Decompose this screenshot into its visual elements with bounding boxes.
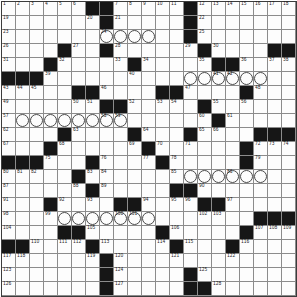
white-cell[interactable] (282, 30, 296, 44)
white-cell[interactable] (240, 16, 254, 30)
white-cell[interactable] (44, 86, 58, 100)
white-cell[interactable] (58, 100, 72, 114)
white-cell[interactable] (156, 72, 170, 86)
white-cell[interactable] (240, 44, 254, 58)
white-cell[interactable]: 5 (58, 2, 72, 16)
white-cell[interactable] (30, 268, 44, 282)
white-cell[interactable] (142, 86, 156, 100)
white-cell[interactable] (170, 282, 184, 296)
white-cell[interactable] (72, 212, 86, 226)
white-cell[interactable]: 127 (114, 282, 128, 296)
white-cell[interactable]: 125 (198, 268, 212, 282)
white-cell[interactable]: 110 (30, 240, 44, 254)
white-cell[interactable] (16, 198, 30, 212)
white-cell[interactable] (184, 212, 198, 226)
white-cell[interactable]: 122 (226, 254, 240, 268)
white-cell[interactable]: 29 (184, 44, 198, 58)
white-cell[interactable] (142, 226, 156, 240)
white-cell[interactable]: 95 (170, 198, 184, 212)
white-cell[interactable] (30, 16, 44, 30)
white-cell[interactable] (86, 72, 100, 86)
white-cell[interactable] (72, 58, 86, 72)
white-cell[interactable]: 33 (114, 58, 128, 72)
white-cell[interactable] (170, 72, 184, 86)
white-cell[interactable]: 50 (72, 100, 86, 114)
white-cell[interactable] (58, 212, 72, 226)
white-cell[interactable] (30, 44, 44, 58)
white-cell[interactable] (254, 114, 268, 128)
white-cell[interactable] (170, 30, 184, 44)
white-cell[interactable] (30, 30, 44, 44)
white-cell[interactable]: 46 (100, 86, 114, 100)
white-cell[interactable]: 53 (156, 100, 170, 114)
white-cell[interactable] (30, 282, 44, 296)
white-cell[interactable]: 92 (58, 198, 72, 212)
white-cell[interactable]: 113 (100, 240, 114, 254)
white-cell[interactable] (170, 212, 184, 226)
white-cell[interactable]: 6 (72, 2, 86, 16)
white-cell[interactable] (44, 282, 58, 296)
white-cell[interactable] (44, 170, 58, 184)
white-cell[interactable]: 106 (170, 226, 184, 240)
white-cell[interactable] (44, 268, 58, 282)
white-cell[interactable] (58, 254, 72, 268)
white-cell[interactable] (240, 254, 254, 268)
white-cell[interactable] (282, 72, 296, 86)
white-cell[interactable] (44, 100, 58, 114)
white-cell[interactable]: 16 (254, 2, 268, 16)
white-cell[interactable]: 77 (142, 156, 156, 170)
white-cell[interactable]: 52 (128, 100, 142, 114)
white-cell[interactable]: 79 (254, 156, 268, 170)
white-cell[interactable] (240, 30, 254, 44)
white-cell[interactable] (170, 128, 184, 142)
white-cell[interactable] (268, 184, 282, 198)
white-cell[interactable] (114, 170, 128, 184)
white-cell[interactable] (16, 30, 30, 44)
white-cell[interactable] (226, 128, 240, 142)
white-cell[interactable] (30, 142, 44, 156)
white-cell[interactable] (86, 212, 100, 226)
white-cell[interactable] (268, 170, 282, 184)
white-cell[interactable] (240, 198, 254, 212)
white-cell[interactable] (114, 86, 128, 100)
white-cell[interactable] (212, 240, 226, 254)
white-cell[interactable]: 10 (156, 2, 170, 16)
white-cell[interactable] (142, 72, 156, 86)
white-cell[interactable] (156, 282, 170, 296)
white-cell[interactable]: 114 (156, 240, 170, 254)
white-cell[interactable] (268, 30, 282, 44)
white-cell[interactable]: 105 (86, 226, 100, 240)
white-cell[interactable] (128, 226, 142, 240)
white-cell[interactable]: 7 (114, 2, 128, 16)
white-cell[interactable] (198, 142, 212, 156)
white-cell[interactable] (128, 184, 142, 198)
white-cell[interactable]: 26 (2, 44, 16, 58)
white-cell[interactable] (156, 268, 170, 282)
white-cell[interactable] (58, 282, 72, 296)
white-cell[interactable] (282, 86, 296, 100)
white-cell[interactable] (240, 114, 254, 128)
white-cell[interactable]: 116 (240, 240, 254, 254)
white-cell[interactable]: 60 (198, 114, 212, 128)
white-cell[interactable]: 58 (100, 114, 114, 128)
white-cell[interactable] (268, 16, 282, 30)
white-cell[interactable] (100, 128, 114, 142)
white-cell[interactable] (142, 240, 156, 254)
white-cell[interactable]: 84 (100, 170, 114, 184)
white-cell[interactable] (226, 100, 240, 114)
white-cell[interactable] (212, 142, 226, 156)
white-cell[interactable] (142, 16, 156, 30)
white-cell[interactable] (30, 198, 44, 212)
white-cell[interactable] (268, 254, 282, 268)
white-cell[interactable] (198, 86, 212, 100)
white-cell[interactable] (282, 282, 296, 296)
white-cell[interactable]: 47 (184, 86, 198, 100)
white-cell[interactable] (226, 16, 240, 30)
white-cell[interactable]: 97 (226, 198, 240, 212)
white-cell[interactable] (226, 142, 240, 156)
white-cell[interactable] (226, 86, 240, 100)
white-cell[interactable]: 12 (198, 2, 212, 16)
white-cell[interactable] (254, 268, 268, 282)
white-cell[interactable] (254, 170, 268, 184)
white-cell[interactable]: 39 (44, 72, 58, 86)
white-cell[interactable] (226, 226, 240, 240)
white-cell[interactable]: 117 (2, 254, 16, 268)
white-cell[interactable]: 69 (128, 142, 142, 156)
white-cell[interactable] (114, 240, 128, 254)
white-cell[interactable]: 17 (268, 2, 282, 16)
white-cell[interactable]: 25 (198, 30, 212, 44)
white-cell[interactable] (156, 170, 170, 184)
white-cell[interactable] (16, 16, 30, 30)
white-cell[interactable]: 32 (58, 58, 72, 72)
white-cell[interactable] (170, 58, 184, 72)
white-cell[interactable]: 72 (254, 142, 268, 156)
white-cell[interactable]: 121 (170, 254, 184, 268)
white-cell[interactable] (170, 16, 184, 30)
white-cell[interactable] (240, 128, 254, 142)
white-cell[interactable] (254, 240, 268, 254)
white-cell[interactable]: 128 (212, 282, 226, 296)
white-cell[interactable]: 64 (142, 128, 156, 142)
white-cell[interactable] (44, 16, 58, 30)
white-cell[interactable] (128, 114, 142, 128)
white-cell[interactable] (240, 282, 254, 296)
white-cell[interactable] (86, 142, 100, 156)
white-cell[interactable] (128, 86, 142, 100)
white-cell[interactable]: 111 (58, 240, 72, 254)
white-cell[interactable] (128, 44, 142, 58)
white-cell[interactable] (16, 184, 30, 198)
white-cell[interactable] (254, 184, 268, 198)
white-cell[interactable] (142, 114, 156, 128)
white-cell[interactable]: 36 (240, 58, 254, 72)
white-cell[interactable]: 70 (156, 142, 170, 156)
white-cell[interactable] (114, 184, 128, 198)
white-cell[interactable]: 54 (170, 100, 184, 114)
white-cell[interactable] (212, 86, 226, 100)
white-cell[interactable] (198, 240, 212, 254)
white-cell[interactable] (156, 212, 170, 226)
white-cell[interactable] (142, 212, 156, 226)
white-cell[interactable] (142, 100, 156, 114)
white-cell[interactable] (58, 86, 72, 100)
white-cell[interactable] (16, 44, 30, 58)
white-cell[interactable] (72, 268, 86, 282)
white-cell[interactable] (86, 282, 100, 296)
white-cell[interactable]: 83 (86, 170, 100, 184)
white-cell[interactable] (254, 198, 268, 212)
white-cell[interactable] (44, 184, 58, 198)
white-cell[interactable] (30, 212, 44, 226)
white-cell[interactable] (282, 198, 296, 212)
white-cell[interactable] (30, 114, 44, 128)
white-cell[interactable] (268, 156, 282, 170)
white-cell[interactable] (128, 282, 142, 296)
white-cell[interactable] (198, 156, 212, 170)
white-cell[interactable] (16, 212, 30, 226)
white-cell[interactable] (170, 268, 184, 282)
white-cell[interactable] (184, 170, 198, 184)
white-cell[interactable] (156, 44, 170, 58)
white-cell[interactable] (16, 114, 30, 128)
white-cell[interactable] (100, 226, 114, 240)
white-cell[interactable] (212, 30, 226, 44)
white-cell[interactable] (114, 142, 128, 156)
white-cell[interactable] (30, 184, 44, 198)
white-cell[interactable]: 18 (282, 2, 296, 16)
white-cell[interactable] (212, 268, 226, 282)
white-cell[interactable]: 87 (2, 184, 16, 198)
white-cell[interactable] (72, 114, 86, 128)
white-cell[interactable]: 11 (170, 2, 184, 16)
white-cell[interactable] (184, 226, 198, 240)
white-cell[interactable]: 75 (44, 156, 58, 170)
white-cell[interactable]: 73 (268, 142, 282, 156)
white-cell[interactable] (16, 100, 30, 114)
white-cell[interactable] (282, 254, 296, 268)
white-cell[interactable]: 44 (16, 86, 30, 100)
white-cell[interactable] (142, 184, 156, 198)
white-cell[interactable]: 43 (2, 86, 16, 100)
white-cell[interactable] (268, 268, 282, 282)
white-cell[interactable] (268, 240, 282, 254)
white-cell[interactable] (184, 72, 198, 86)
white-cell[interactable] (114, 226, 128, 240)
white-cell[interactable]: 78 (170, 156, 184, 170)
white-cell[interactable] (226, 282, 240, 296)
white-cell[interactable] (282, 156, 296, 170)
white-cell[interactable] (212, 254, 226, 268)
white-cell[interactable] (268, 100, 282, 114)
white-cell[interactable] (100, 142, 114, 156)
white-cell[interactable] (58, 156, 72, 170)
white-cell[interactable]: 59 (114, 114, 128, 128)
white-cell[interactable]: 96 (184, 198, 198, 212)
white-cell[interactable] (72, 30, 86, 44)
white-cell[interactable] (254, 58, 268, 72)
white-cell[interactable] (226, 184, 240, 198)
white-cell[interactable] (212, 156, 226, 170)
white-cell[interactable]: 101 (128, 212, 142, 226)
white-cell[interactable] (58, 170, 72, 184)
white-cell[interactable]: 62 (2, 128, 16, 142)
white-cell[interactable]: 45 (30, 86, 44, 100)
white-cell[interactable]: 20 (86, 16, 100, 30)
white-cell[interactable] (268, 282, 282, 296)
white-cell[interactable]: 4 (44, 2, 58, 16)
white-cell[interactable] (72, 282, 86, 296)
white-cell[interactable] (72, 156, 86, 170)
white-cell[interactable]: 41 (212, 72, 226, 86)
white-cell[interactable] (44, 254, 58, 268)
white-cell[interactable]: 48 (254, 86, 268, 100)
white-cell[interactable] (156, 114, 170, 128)
white-cell[interactable]: 85 (170, 170, 184, 184)
white-cell[interactable] (86, 114, 100, 128)
white-cell[interactable]: 120 (114, 254, 128, 268)
white-cell[interactable]: 98 (2, 212, 16, 226)
white-cell[interactable]: 21 (114, 16, 128, 30)
white-cell[interactable] (254, 72, 268, 86)
white-cell[interactable] (86, 268, 100, 282)
white-cell[interactable] (268, 86, 282, 100)
white-cell[interactable] (282, 240, 296, 254)
white-cell[interactable]: 34 (142, 58, 156, 72)
white-cell[interactable] (156, 198, 170, 212)
white-cell[interactable] (226, 156, 240, 170)
white-cell[interactable]: 55 (212, 100, 226, 114)
white-cell[interactable] (142, 282, 156, 296)
white-cell[interactable] (16, 128, 30, 142)
white-cell[interactable] (58, 30, 72, 44)
white-cell[interactable]: 82 (30, 170, 44, 184)
white-cell[interactable] (128, 30, 142, 44)
white-cell[interactable] (86, 44, 100, 58)
white-cell[interactable]: 91 (2, 198, 16, 212)
white-cell[interactable] (114, 128, 128, 142)
white-cell[interactable]: 63 (72, 128, 86, 142)
white-cell[interactable]: 88 (72, 184, 86, 198)
white-cell[interactable] (282, 268, 296, 282)
white-cell[interactable]: 1 (2, 2, 16, 16)
white-cell[interactable]: 89 (100, 184, 114, 198)
white-cell[interactable] (212, 170, 226, 184)
white-cell[interactable]: 100 (114, 212, 128, 226)
white-cell[interactable] (142, 254, 156, 268)
white-cell[interactable] (282, 114, 296, 128)
white-cell[interactable] (128, 156, 142, 170)
white-cell[interactable]: 124 (114, 268, 128, 282)
white-cell[interactable]: 61 (226, 114, 240, 128)
white-cell[interactable]: 103 (212, 212, 226, 226)
white-cell[interactable] (128, 16, 142, 30)
white-cell[interactable] (268, 198, 282, 212)
white-cell[interactable] (44, 44, 58, 58)
white-cell[interactable] (212, 16, 226, 30)
white-cell[interactable]: 15 (240, 2, 254, 16)
white-cell[interactable] (282, 100, 296, 114)
white-cell[interactable]: 93 (86, 198, 100, 212)
white-cell[interactable] (16, 58, 30, 72)
white-cell[interactable] (212, 226, 226, 240)
white-cell[interactable] (282, 184, 296, 198)
white-cell[interactable]: 94 (142, 198, 156, 212)
white-cell[interactable] (16, 282, 30, 296)
white-cell[interactable] (240, 212, 254, 226)
white-cell[interactable]: 99 (44, 212, 58, 226)
white-cell[interactable]: 76 (100, 156, 114, 170)
white-cell[interactable]: 112 (72, 240, 86, 254)
white-cell[interactable] (86, 30, 100, 44)
white-cell[interactable] (58, 72, 72, 86)
white-cell[interactable] (44, 128, 58, 142)
white-cell[interactable] (100, 58, 114, 72)
white-cell[interactable]: 27 (72, 44, 86, 58)
white-cell[interactable] (254, 282, 268, 296)
white-cell[interactable] (226, 268, 240, 282)
white-cell[interactable] (30, 128, 44, 142)
white-cell[interactable] (142, 30, 156, 44)
white-cell[interactable]: 19 (2, 16, 16, 30)
white-cell[interactable] (30, 100, 44, 114)
white-cell[interactable] (72, 254, 86, 268)
white-cell[interactable] (142, 170, 156, 184)
white-cell[interactable] (44, 30, 58, 44)
white-cell[interactable] (16, 268, 30, 282)
white-cell[interactable]: 80 (2, 170, 16, 184)
white-cell[interactable] (184, 114, 198, 128)
white-cell[interactable] (44, 114, 58, 128)
white-cell[interactable] (282, 170, 296, 184)
white-cell[interactable] (184, 156, 198, 170)
white-cell[interactable] (58, 16, 72, 30)
white-cell[interactable] (156, 58, 170, 72)
white-cell[interactable]: 109 (282, 226, 296, 240)
white-cell[interactable] (86, 128, 100, 142)
white-cell[interactable] (240, 170, 254, 184)
white-cell[interactable] (240, 268, 254, 282)
white-cell[interactable] (184, 254, 198, 268)
white-cell[interactable] (30, 226, 44, 240)
white-cell[interactable]: 71 (184, 142, 198, 156)
white-cell[interactable] (254, 254, 268, 268)
white-cell[interactable]: 30 (212, 44, 226, 58)
white-cell[interactable] (156, 16, 170, 30)
white-cell[interactable]: 57 (2, 114, 16, 128)
white-cell[interactable] (226, 30, 240, 44)
white-cell[interactable]: 123 (2, 268, 16, 282)
white-cell[interactable]: 3 (30, 2, 44, 16)
white-cell[interactable]: 126 (2, 282, 16, 296)
white-cell[interactable] (156, 30, 170, 44)
white-cell[interactable] (114, 156, 128, 170)
white-cell[interactable] (282, 16, 296, 30)
white-cell[interactable]: 14 (226, 2, 240, 16)
white-cell[interactable]: 13 (212, 2, 226, 16)
white-cell[interactable]: 108 (268, 226, 282, 240)
white-cell[interactable] (184, 58, 198, 72)
white-cell[interactable]: 37 (268, 58, 282, 72)
white-cell[interactable] (198, 254, 212, 268)
white-cell[interactable]: 23 (2, 30, 16, 44)
white-cell[interactable] (58, 114, 72, 128)
white-cell[interactable]: 8 (128, 2, 142, 16)
